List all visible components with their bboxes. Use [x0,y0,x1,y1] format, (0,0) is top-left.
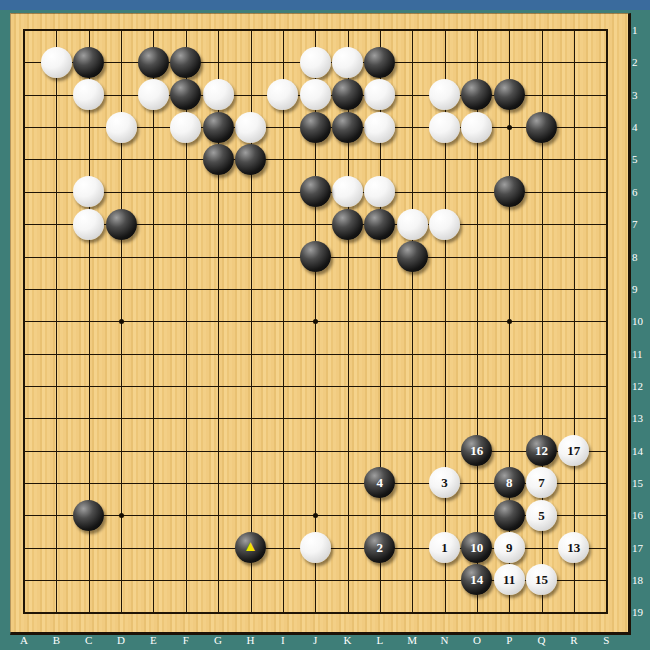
stone-K4 [332,112,363,143]
col-label-P: P [501,634,517,646]
stone-Q14: 12 [526,435,557,466]
row-label-3: 3 [632,89,650,101]
col-label-K: K [340,634,356,646]
stone-C16 [73,500,104,531]
move-number: 3 [441,476,448,489]
stone-D4 [106,112,137,143]
stone-J3 [300,79,331,110]
stone-grid: 16121743875▲2110913141115 [8,14,623,629]
stone-K2 [332,47,363,78]
stone-Q4 [526,112,557,143]
stone-L7 [364,209,395,240]
stone-O14: 16 [461,435,492,466]
move-number: 14 [470,573,483,586]
col-label-S: S [598,634,614,646]
stone-E3 [138,79,169,110]
stone-J2 [300,47,331,78]
stone-O3 [461,79,492,110]
stone-L17: 2 [364,532,395,563]
stone-D7 [106,209,137,240]
col-label-B: B [48,634,64,646]
stone-C3 [73,79,104,110]
move-number: 13 [567,541,580,554]
stone-K7 [332,209,363,240]
stone-P17: 9 [494,532,525,563]
stone-G4 [203,112,234,143]
stone-N3 [429,79,460,110]
stone-L2 [364,47,395,78]
row-label-17: 17 [632,542,650,554]
stone-Q16: 5 [526,500,557,531]
stone-N7 [429,209,460,240]
stone-Q15: 7 [526,467,557,498]
stone-F4 [170,112,201,143]
stone-J6 [300,176,331,207]
stone-K3 [332,79,363,110]
col-label-H: H [243,634,259,646]
row-label-8: 8 [632,251,650,263]
col-label-R: R [566,634,582,646]
col-label-A: A [16,634,32,646]
stone-I3 [267,79,298,110]
row-label-7: 7 [632,218,650,230]
window-top-strip [0,0,650,10]
row-label-11: 11 [632,348,650,360]
triangle-mark-icon: ▲ [243,539,258,554]
stone-O17: 10 [461,532,492,563]
move-number: 16 [470,444,483,457]
row-label-2: 2 [632,56,650,68]
col-label-N: N [437,634,453,646]
col-label-C: C [81,634,97,646]
move-number: 12 [535,444,548,457]
stone-N4 [429,112,460,143]
row-label-19: 19 [632,606,650,618]
stone-O18: 14 [461,564,492,595]
stone-P3 [494,79,525,110]
stone-R17: 13 [558,532,589,563]
stone-N17: 1 [429,532,460,563]
row-label-1: 1 [632,24,650,36]
move-number: 4 [377,476,384,489]
row-label-14: 14 [632,445,650,457]
row-label-16: 16 [632,509,650,521]
stone-C6 [73,176,104,207]
row-label-13: 13 [632,412,650,424]
row-label-18: 18 [632,574,650,586]
stone-C2 [73,47,104,78]
stone-J17 [300,532,331,563]
stone-H5 [235,144,266,175]
move-number: 9 [506,541,513,554]
stone-P16 [494,500,525,531]
stone-M7 [397,209,428,240]
stone-E2 [138,47,169,78]
stone-L4 [364,112,395,143]
stone-H4 [235,112,266,143]
stone-P15: 8 [494,467,525,498]
stone-P18: 11 [494,564,525,595]
row-label-12: 12 [632,380,650,392]
stone-O4 [461,112,492,143]
stone-B2 [41,47,72,78]
stone-F2 [170,47,201,78]
col-label-M: M [404,634,420,646]
go-board-window: 16121743875▲2110913141115 ABCDEFGHIJKLMN… [0,0,650,650]
move-number: 17 [567,444,580,457]
row-label-9: 9 [632,283,650,295]
col-label-E: E [145,634,161,646]
stone-G5 [203,144,234,175]
col-label-F: F [178,634,194,646]
stone-N15: 3 [429,467,460,498]
stone-C7 [73,209,104,240]
move-number: 15 [535,573,548,586]
stone-K6 [332,176,363,207]
move-number: 11 [503,573,515,586]
stone-J8 [300,241,331,272]
move-number: 8 [506,476,513,489]
col-label-J: J [307,634,323,646]
col-label-I: I [275,634,291,646]
move-number: 1 [441,541,448,554]
stone-M8 [397,241,428,272]
stone-R14: 17 [558,435,589,466]
stone-P6 [494,176,525,207]
move-number: 7 [538,476,545,489]
col-label-D: D [113,634,129,646]
stone-Q18: 15 [526,564,557,595]
stone-F3 [170,79,201,110]
stone-J4 [300,112,331,143]
col-label-L: L [372,634,388,646]
stone-L3 [364,79,395,110]
stone-L15: 4 [364,467,395,498]
col-label-G: G [210,634,226,646]
row-label-10: 10 [632,315,650,327]
stone-G3 [203,79,234,110]
row-label-15: 15 [632,477,650,489]
col-label-Q: Q [534,634,550,646]
row-label-5: 5 [632,153,650,165]
move-number: 5 [538,509,545,522]
row-label-4: 4 [632,121,650,133]
move-number: 10 [470,541,483,554]
stone-L6 [364,176,395,207]
col-label-O: O [469,634,485,646]
move-number: 2 [377,541,384,554]
stone-H17: ▲ [235,532,266,563]
row-label-6: 6 [632,186,650,198]
